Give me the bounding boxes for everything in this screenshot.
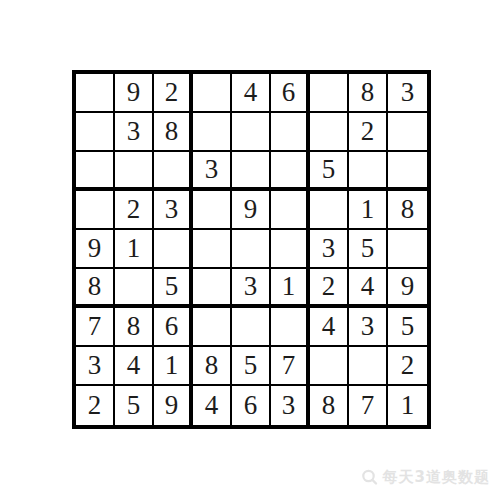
sudoku-cell-r7c8-given: 3 xyxy=(349,308,388,347)
sudoku-cell-r8c1-given: 3 xyxy=(76,347,115,386)
sudoku-cell-r8c4-given: 8 xyxy=(193,347,232,386)
sudoku-cell-r4c5-given: 9 xyxy=(232,191,271,230)
sudoku-cell-r1c6-given: 6 xyxy=(271,74,310,113)
sudoku-cell-r1c9-given: 3 xyxy=(388,74,427,113)
sudoku-cell-r7c5-empty xyxy=(232,308,271,347)
sudoku-cell-r7c9-given: 5 xyxy=(388,308,427,347)
sudoku-cell-r1c7-empty xyxy=(310,74,349,113)
sudoku-cell-r5c2-given: 1 xyxy=(115,230,154,269)
sudoku-cell-r2c1-empty xyxy=(76,113,115,152)
sudoku-cell-r6c5-given: 3 xyxy=(232,269,271,308)
sudoku-cell-r7c1-given: 7 xyxy=(76,308,115,347)
sudoku-cell-r5c8-given: 5 xyxy=(349,230,388,269)
sudoku-cell-r4c2-given: 2 xyxy=(115,191,154,230)
sudoku-cell-r1c2-given: 9 xyxy=(115,74,154,113)
sudoku-cell-r2c9-empty xyxy=(388,113,427,152)
sudoku-cell-r5c5-empty xyxy=(232,230,271,269)
sudoku-cell-r4c7-empty xyxy=(310,191,349,230)
sudoku-cell-r7c4-empty xyxy=(193,308,232,347)
sudoku-cell-r4c6-empty xyxy=(271,191,310,230)
sudoku-cell-r1c5-given: 4 xyxy=(232,74,271,113)
sudoku-cell-r9c4-given: 4 xyxy=(193,386,232,425)
watermark: 每天3道奥数题 xyxy=(361,468,490,487)
sudoku-cell-r3c5-empty xyxy=(232,152,271,191)
sudoku-cell-r2c2-given: 3 xyxy=(115,113,154,152)
sudoku-cell-r3c3-empty xyxy=(154,152,193,191)
sudoku-cell-r5c6-empty xyxy=(271,230,310,269)
sudoku-cell-r5c3-empty xyxy=(154,230,193,269)
sudoku-cell-r4c3-given: 3 xyxy=(154,191,193,230)
sudoku-cell-r2c5-empty xyxy=(232,113,271,152)
sudoku-cell-r2c3-given: 8 xyxy=(154,113,193,152)
sudoku-cell-r6c8-given: 4 xyxy=(349,269,388,308)
sudoku-cell-r8c6-given: 7 xyxy=(271,347,310,386)
sudoku-board: 9246833823523918913585312497864353418572… xyxy=(72,70,431,429)
sudoku-cell-r6c4-empty xyxy=(193,269,232,308)
sudoku-cell-r9c9-given: 1 xyxy=(388,386,427,425)
sudoku-cell-r6c2-empty xyxy=(115,269,154,308)
sudoku-cell-r9c2-given: 5 xyxy=(115,386,154,425)
sudoku-cell-r7c6-empty xyxy=(271,308,310,347)
sudoku-cell-r6c3-given: 5 xyxy=(154,269,193,308)
sudoku-cell-r2c4-empty xyxy=(193,113,232,152)
sudoku-cell-r8c2-given: 4 xyxy=(115,347,154,386)
sudoku-cell-r6c7-given: 2 xyxy=(310,269,349,308)
sudoku-cell-r7c7-given: 4 xyxy=(310,308,349,347)
sudoku-cell-r3c6-empty xyxy=(271,152,310,191)
sudoku-cell-r5c7-given: 3 xyxy=(310,230,349,269)
sudoku-cell-r3c9-empty xyxy=(388,152,427,191)
sudoku-cell-r6c1-given: 8 xyxy=(76,269,115,308)
sudoku-cell-r4c4-empty xyxy=(193,191,232,230)
sudoku-cell-r1c4-empty xyxy=(193,74,232,113)
sudoku-cell-r5c4-empty xyxy=(193,230,232,269)
sudoku-cell-r3c8-empty xyxy=(349,152,388,191)
sudoku-cell-r9c1-given: 2 xyxy=(76,386,115,425)
sudoku-cell-r3c7-given: 5 xyxy=(310,152,349,191)
sudoku-cell-r8c7-empty xyxy=(310,347,349,386)
sudoku-cell-r8c3-given: 1 xyxy=(154,347,193,386)
sudoku-cell-r8c9-given: 2 xyxy=(388,347,427,386)
sudoku-cell-r9c5-given: 6 xyxy=(232,386,271,425)
sudoku-cell-r9c3-given: 9 xyxy=(154,386,193,425)
watermark-text: 每天3道奥数题 xyxy=(383,468,490,487)
sudoku-cell-r8c8-empty xyxy=(349,347,388,386)
sudoku-cell-r8c5-given: 5 xyxy=(232,347,271,386)
sudoku-cell-r4c1-empty xyxy=(76,191,115,230)
sudoku-cell-r3c4-given: 3 xyxy=(193,152,232,191)
sudoku-cell-r3c2-empty xyxy=(115,152,154,191)
sudoku-cell-r5c1-given: 9 xyxy=(76,230,115,269)
sudoku-cell-r1c8-given: 8 xyxy=(349,74,388,113)
sudoku-cell-r9c6-given: 3 xyxy=(271,386,310,425)
magnifier-icon xyxy=(361,469,378,486)
sudoku-cell-r4c9-given: 8 xyxy=(388,191,427,230)
sudoku-cell-r2c8-given: 2 xyxy=(349,113,388,152)
sudoku-cell-r3c1-empty xyxy=(76,152,115,191)
sudoku-cell-r1c1-empty xyxy=(76,74,115,113)
sudoku-cell-r6c9-given: 9 xyxy=(388,269,427,308)
sudoku-cell-r4c8-given: 1 xyxy=(349,191,388,230)
sudoku-cell-r1c3-given: 2 xyxy=(154,74,193,113)
sudoku-cell-r9c7-given: 8 xyxy=(310,386,349,425)
sudoku-cell-r2c6-empty xyxy=(271,113,310,152)
sudoku-cell-r6c6-given: 1 xyxy=(271,269,310,308)
sudoku-cell-r2c7-empty xyxy=(310,113,349,152)
sudoku-cell-r7c2-given: 8 xyxy=(115,308,154,347)
sudoku-cell-r5c9-empty xyxy=(388,230,427,269)
sudoku-cell-r7c3-given: 6 xyxy=(154,308,193,347)
sudoku-cell-r9c8-given: 7 xyxy=(349,386,388,425)
